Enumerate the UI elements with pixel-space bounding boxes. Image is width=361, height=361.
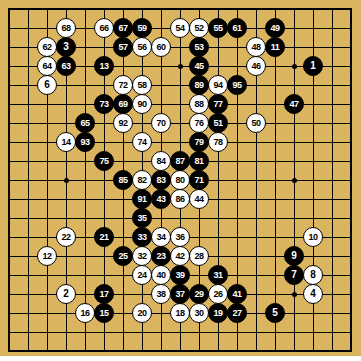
grid-line-vertical <box>332 8 333 352</box>
stone-black-79: 79 <box>189 132 209 152</box>
stone-black-5: 5 <box>265 303 285 323</box>
stone-white-86: 86 <box>170 189 190 209</box>
stone-white-22: 22 <box>56 227 76 247</box>
stone-black-71: 71 <box>189 170 209 190</box>
stone-black-37: 37 <box>170 284 190 304</box>
stone-black-61: 61 <box>227 18 247 38</box>
stone-black-57: 57 <box>113 37 133 57</box>
stone-white-2: 2 <box>56 284 76 304</box>
stone-black-45: 45 <box>189 56 209 76</box>
go-board[interactable]: 1234567891011121314151617181920212223242… <box>0 0 361 356</box>
stone-black-91: 91 <box>132 189 152 209</box>
stone-black-41: 41 <box>227 284 247 304</box>
stone-white-44: 44 <box>189 189 209 209</box>
star-point <box>292 292 297 297</box>
stone-white-78: 78 <box>208 132 228 152</box>
stone-white-68: 68 <box>56 18 76 38</box>
stone-black-49: 49 <box>265 18 285 38</box>
stone-black-1: 1 <box>303 56 323 76</box>
stone-white-88: 88 <box>189 94 209 114</box>
stone-white-62: 62 <box>37 37 57 57</box>
stone-white-60: 60 <box>151 37 171 57</box>
stone-white-10: 10 <box>303 227 323 247</box>
stone-white-8: 8 <box>303 265 323 285</box>
stone-white-50: 50 <box>246 113 266 133</box>
stone-white-80: 80 <box>170 170 190 190</box>
stone-white-20: 20 <box>132 303 152 323</box>
stone-black-3: 3 <box>56 37 76 57</box>
grid-line-vertical <box>275 8 276 352</box>
stone-white-84: 84 <box>151 151 171 171</box>
stone-black-87: 87 <box>170 151 190 171</box>
stone-white-92: 92 <box>113 113 133 133</box>
bottom-margin <box>0 356 361 361</box>
stone-white-58: 58 <box>132 75 152 95</box>
stone-white-72: 72 <box>113 75 133 95</box>
stone-black-73: 73 <box>94 94 114 114</box>
stone-white-32: 32 <box>132 246 152 266</box>
stone-white-52: 52 <box>189 18 209 38</box>
stone-white-42: 42 <box>170 246 190 266</box>
stone-black-93: 93 <box>75 132 95 152</box>
stone-white-66: 66 <box>94 18 114 38</box>
stone-black-7: 7 <box>284 265 304 285</box>
stone-white-94: 94 <box>208 75 228 95</box>
star-point <box>292 178 297 183</box>
stone-black-81: 81 <box>189 151 209 171</box>
stone-black-67: 67 <box>113 18 133 38</box>
star-point <box>64 178 69 183</box>
stone-black-25: 25 <box>113 246 133 266</box>
stone-white-76: 76 <box>189 113 209 133</box>
stone-white-34: 34 <box>151 227 171 247</box>
stone-black-69: 69 <box>113 94 133 114</box>
stone-black-31: 31 <box>208 265 228 285</box>
stone-white-14: 14 <box>56 132 76 152</box>
kifu-diagram: 1234567891011121314151617181920212223242… <box>0 0 361 361</box>
stone-white-54: 54 <box>170 18 190 38</box>
stone-white-6: 6 <box>37 75 57 95</box>
stone-black-47: 47 <box>284 94 304 114</box>
stone-black-85: 85 <box>113 170 133 190</box>
grid-line-horizontal <box>8 350 352 352</box>
stone-white-38: 38 <box>151 284 171 304</box>
stone-white-74: 74 <box>132 132 152 152</box>
stone-black-65: 65 <box>75 113 95 133</box>
stone-black-83: 83 <box>151 170 171 190</box>
stone-white-40: 40 <box>151 265 171 285</box>
stone-black-89: 89 <box>189 75 209 95</box>
star-point <box>178 64 183 69</box>
stone-black-21: 21 <box>94 227 114 247</box>
stone-black-55: 55 <box>208 18 228 38</box>
stone-black-11: 11 <box>265 37 285 57</box>
stone-white-82: 82 <box>132 170 152 190</box>
stone-white-70: 70 <box>151 113 171 133</box>
stone-white-16: 16 <box>75 303 95 323</box>
grid-line-vertical <box>350 8 352 352</box>
stone-black-27: 27 <box>227 303 247 323</box>
stone-black-35: 35 <box>132 208 152 228</box>
stone-white-30: 30 <box>189 303 209 323</box>
grid-line-horizontal <box>8 332 352 333</box>
stone-black-33: 33 <box>132 227 152 247</box>
stone-black-51: 51 <box>208 113 228 133</box>
stone-white-4: 4 <box>303 284 323 304</box>
stone-black-53: 53 <box>189 37 209 57</box>
stone-black-15: 15 <box>94 303 114 323</box>
stone-black-75: 75 <box>94 151 114 171</box>
stone-white-36: 36 <box>170 227 190 247</box>
stone-black-63: 63 <box>56 56 76 76</box>
stone-black-43: 43 <box>151 189 171 209</box>
stone-white-12: 12 <box>37 246 57 266</box>
stone-white-28: 28 <box>189 246 209 266</box>
stone-white-56: 56 <box>132 37 152 57</box>
stone-black-77: 77 <box>208 94 228 114</box>
stone-black-29: 29 <box>189 284 209 304</box>
stone-white-46: 46 <box>246 56 266 76</box>
stone-white-26: 26 <box>208 284 228 304</box>
stone-white-18: 18 <box>170 303 190 323</box>
grid-line-horizontal <box>8 218 352 219</box>
stone-white-24: 24 <box>132 265 152 285</box>
stone-white-90: 90 <box>132 94 152 114</box>
stone-black-9: 9 <box>284 246 304 266</box>
stone-white-48: 48 <box>246 37 266 57</box>
star-point <box>292 64 297 69</box>
stone-black-95: 95 <box>227 75 247 95</box>
stone-black-59: 59 <box>132 18 152 38</box>
stone-black-19: 19 <box>208 303 228 323</box>
stone-black-39: 39 <box>170 265 190 285</box>
stone-black-17: 17 <box>94 284 114 304</box>
stone-white-64: 64 <box>37 56 57 76</box>
stone-black-23: 23 <box>151 246 171 266</box>
stone-black-13: 13 <box>94 56 114 76</box>
